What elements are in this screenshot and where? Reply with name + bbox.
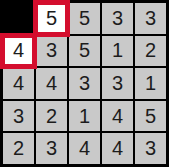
grid-cell[interactable]: 4 [69, 133, 100, 164]
grid-cell[interactable]: 2 [135, 36, 166, 67]
grid-cell[interactable]: 4 [3, 68, 34, 99]
grid-cell[interactable]: 3 [135, 3, 166, 34]
grid-cell[interactable]: 4 [102, 101, 133, 132]
grid-cell[interactable]: 5 [69, 36, 100, 67]
grid-cell[interactable]: 1 [102, 36, 133, 67]
grid-cell[interactable]: 5 [135, 101, 166, 132]
grid-cell[interactable]: 5 [69, 3, 100, 34]
grid-cell[interactable]: 1 [135, 68, 166, 99]
grid-cell[interactable]: 3 [69, 68, 100, 99]
shaded-cell[interactable] [3, 3, 34, 34]
grid-cell[interactable]: 3 [102, 68, 133, 99]
puzzle-board: 553343512443313214523443 [0, 0, 169, 167]
grid-cell[interactable]: 3 [36, 36, 67, 67]
grid-cell[interactable]: 4 [36, 68, 67, 99]
grid-cell[interactable]: 3 [135, 133, 166, 164]
grid-cell[interactable]: 4 [102, 133, 133, 164]
grid-cell[interactable]: 3 [36, 133, 67, 164]
grid-cell[interactable]: 4 [3, 36, 34, 67]
grid-cell[interactable]: 3 [102, 3, 133, 34]
grid-cell[interactable]: 3 [3, 101, 34, 132]
grid-cell[interactable]: 1 [69, 101, 100, 132]
grid-cell[interactable]: 2 [3, 133, 34, 164]
grid-cell[interactable]: 5 [36, 3, 67, 34]
grid-cell[interactable]: 2 [36, 101, 67, 132]
